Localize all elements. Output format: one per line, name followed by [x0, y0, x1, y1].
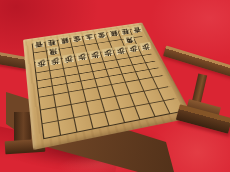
- board-surface: 香桂銀金玉金銀桂香飛角歩歩歩歩歩歩歩歩歩歩歩歩歩歩歩歩歩歩角飛香桂銀金王金銀桂香: [23, 22, 193, 149]
- board-grid: 香桂銀金玉金銀桂香飛角歩歩歩歩歩歩歩歩歩歩歩歩歩歩歩歩歩歩角飛香桂銀金王金銀桂香: [32, 28, 181, 139]
- shogi-piece: 歩: [55, 94, 70, 103]
- piece-kanji: 歩: [57, 96, 67, 103]
- board-square: [146, 61, 161, 70]
- komadai-top-plank: [163, 45, 230, 77]
- piece-kanji: 歩: [77, 52, 87, 63]
- board-square: [87, 99, 104, 114]
- piece-kanji: 金: [97, 31, 106, 41]
- piece-kanji: 銀: [139, 107, 152, 114]
- board-square: 歩: [39, 95, 55, 109]
- piece-kanji: 飛: [148, 92, 161, 98]
- piece-kanji: 歩: [115, 85, 126, 91]
- shogi-piece: 歩: [112, 84, 129, 92]
- piece-kanji: 金: [72, 34, 81, 44]
- board-square: [67, 82, 82, 92]
- board-square: [91, 62, 105, 71]
- piece-kanji: 歩: [50, 56, 60, 67]
- shogi-piece: 銀: [75, 117, 92, 128]
- board-square: 桂: [59, 118, 77, 134]
- piece-kanji: 金: [124, 110, 137, 117]
- piece-kanji: 銀: [78, 119, 89, 127]
- piece-kanji: 香: [46, 125, 56, 133]
- shogi-piece: 角: [57, 106, 73, 116]
- board-square: 歩: [126, 47, 142, 58]
- board-square: [149, 68, 165, 77]
- komadai-column: [190, 73, 207, 112]
- piece-kanji: 桂: [154, 104, 167, 111]
- piece-kanji: 香: [34, 40, 43, 50]
- piece-kanji: 歩: [37, 58, 47, 69]
- board-square: 香: [164, 99, 183, 114]
- shogi-piece: 歩: [40, 96, 55, 105]
- cloth-fold-highlight: [150, 0, 230, 60]
- piece-kanji: 銀: [109, 29, 118, 39]
- board-square: 銀: [75, 115, 93, 131]
- board-square: [78, 64, 92, 73]
- board-square: [120, 65, 135, 74]
- piece-kanji: 王: [109, 113, 121, 121]
- piece-kanji: 歩: [103, 48, 113, 59]
- board-square: 歩: [126, 80, 143, 93]
- piece-kanji: 歩: [129, 83, 141, 89]
- piece-kanji: 角: [125, 35, 134, 45]
- piece-kanji: 桂: [121, 27, 130, 37]
- board-square: 香: [43, 121, 60, 138]
- piece-kanji: 玉: [85, 32, 94, 42]
- piece-kanji: 歩: [42, 98, 51, 105]
- board-square: [143, 54, 158, 62]
- board-square: 歩: [62, 57, 77, 68]
- piece-kanji: 桂: [47, 38, 56, 48]
- board-square: [66, 74, 81, 83]
- piece-kanji: 桂: [62, 122, 73, 130]
- piece-kanji: 香: [133, 25, 142, 35]
- piece-kanji: 飛: [49, 47, 58, 58]
- piece-kanji: 角: [60, 108, 70, 115]
- piece-kanji: 歩: [90, 50, 100, 61]
- piece-kanji: 歩: [64, 54, 74, 65]
- shogi-piece: 歩: [84, 89, 100, 97]
- piece-kanji: 歩: [72, 93, 82, 99]
- piece-kanji: 歩: [87, 90, 98, 96]
- shogi-piece: 桂: [59, 120, 76, 131]
- shogi-piece: 香: [32, 39, 46, 53]
- piece-kanji: 歩: [157, 78, 169, 84]
- piece-kanji: 銀: [60, 36, 69, 46]
- piece-kanji: 歩: [116, 46, 126, 57]
- piece-kanji: 金: [94, 116, 106, 124]
- shogi-piece: 銀: [136, 105, 155, 115]
- board-square: [64, 67, 78, 76]
- board-square: [93, 69, 108, 78]
- piece-kanji: 香: [168, 102, 182, 109]
- board-square: [107, 67, 122, 76]
- board-square: 歩: [75, 55, 90, 66]
- piece-kanji: 歩: [101, 88, 112, 94]
- shogi-piece: 香: [43, 123, 59, 134]
- piece-kanji: 歩: [129, 44, 139, 55]
- board-square: [38, 87, 53, 97]
- shogi-piece: 香: [164, 100, 184, 109]
- shogi-piece: 歩: [153, 77, 171, 84]
- piece-kanji: 歩: [141, 42, 151, 52]
- shogi-piece: 歩: [69, 91, 85, 100]
- shogi-board: 香桂銀金玉金銀桂香飛角歩歩歩歩歩歩歩歩歩歩歩歩歩歩歩歩歩歩角飛香桂銀金王金銀桂香: [23, 22, 193, 149]
- shogi-photo: 香桂銀金玉金銀桂香飛角歩歩歩歩歩歩歩歩歩歩歩歩歩歩歩歩歩歩角飛香桂銀金王金銀桂香: [0, 0, 230, 172]
- piece-kanji: 歩: [143, 81, 155, 87]
